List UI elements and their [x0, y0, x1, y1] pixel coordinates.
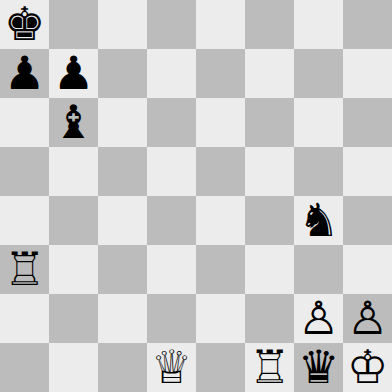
square-h6[interactable]: [343, 98, 392, 147]
square-a4[interactable]: [0, 196, 49, 245]
black-queen-g1: ♛: [298, 344, 339, 390]
square-g2[interactable]: ♙: [294, 294, 343, 343]
square-b3[interactable]: [49, 245, 98, 294]
white-rook-a3: ♖: [4, 246, 45, 292]
square-h7[interactable]: [343, 49, 392, 98]
square-a5[interactable]: [0, 147, 49, 196]
square-b6[interactable]: ♝: [49, 98, 98, 147]
square-e7[interactable]: [196, 49, 245, 98]
square-b2[interactable]: [49, 294, 98, 343]
black-king-a8: ♚: [4, 1, 45, 47]
chess-board: ♚♟♟♝♞♖♙♙♕♖♛♔: [0, 0, 392, 392]
square-e8[interactable]: [196, 0, 245, 49]
square-g8[interactable]: [294, 0, 343, 49]
square-h3[interactable]: [343, 245, 392, 294]
square-g6[interactable]: [294, 98, 343, 147]
square-f1[interactable]: ♖: [245, 343, 294, 392]
square-f5[interactable]: [245, 147, 294, 196]
square-e6[interactable]: [196, 98, 245, 147]
square-f6[interactable]: [245, 98, 294, 147]
square-a3[interactable]: ♖: [0, 245, 49, 294]
square-d8[interactable]: [147, 0, 196, 49]
square-h4[interactable]: [343, 196, 392, 245]
square-a8[interactable]: ♚: [0, 0, 49, 49]
square-d6[interactable]: [147, 98, 196, 147]
square-d1[interactable]: ♕: [147, 343, 196, 392]
square-f3[interactable]: [245, 245, 294, 294]
square-c5[interactable]: [98, 147, 147, 196]
square-d4[interactable]: [147, 196, 196, 245]
square-c4[interactable]: [98, 196, 147, 245]
square-h2[interactable]: ♙: [343, 294, 392, 343]
square-e1[interactable]: [196, 343, 245, 392]
square-c2[interactable]: [98, 294, 147, 343]
square-g4[interactable]: ♞: [294, 196, 343, 245]
square-h8[interactable]: [343, 0, 392, 49]
square-e3[interactable]: [196, 245, 245, 294]
square-b1[interactable]: [49, 343, 98, 392]
white-pawn-g2: ♙: [298, 295, 339, 341]
square-c8[interactable]: [98, 0, 147, 49]
white-pawn-h2: ♙: [347, 295, 388, 341]
square-e2[interactable]: [196, 294, 245, 343]
square-d5[interactable]: [147, 147, 196, 196]
square-c7[interactable]: [98, 49, 147, 98]
square-c1[interactable]: [98, 343, 147, 392]
square-f4[interactable]: [245, 196, 294, 245]
square-f2[interactable]: [245, 294, 294, 343]
square-d2[interactable]: [147, 294, 196, 343]
black-bishop-b6: ♝: [53, 99, 94, 145]
square-f8[interactable]: [245, 0, 294, 49]
square-b4[interactable]: [49, 196, 98, 245]
square-g3[interactable]: [294, 245, 343, 294]
square-h1[interactable]: ♔: [343, 343, 392, 392]
square-g5[interactable]: [294, 147, 343, 196]
black-pawn-a7: ♟: [4, 50, 45, 96]
square-h5[interactable]: [343, 147, 392, 196]
square-a2[interactable]: [0, 294, 49, 343]
square-d7[interactable]: [147, 49, 196, 98]
square-e5[interactable]: [196, 147, 245, 196]
black-pawn-b7: ♟: [53, 50, 94, 96]
square-e4[interactable]: [196, 196, 245, 245]
square-c3[interactable]: [98, 245, 147, 294]
square-a7[interactable]: ♟: [0, 49, 49, 98]
square-g7[interactable]: [294, 49, 343, 98]
white-rook-f1: ♖: [249, 344, 290, 390]
square-d3[interactable]: [147, 245, 196, 294]
square-c6[interactable]: [98, 98, 147, 147]
square-b5[interactable]: [49, 147, 98, 196]
black-knight-g4: ♞: [298, 197, 339, 243]
square-g1[interactable]: ♛: [294, 343, 343, 392]
square-f7[interactable]: [245, 49, 294, 98]
white-king-h1: ♔: [347, 344, 388, 390]
square-b7[interactable]: ♟: [49, 49, 98, 98]
square-a6[interactable]: [0, 98, 49, 147]
chess-board-wrap: ♚♟♟♝♞♖♙♙♕♖♛♔: [0, 0, 392, 392]
square-b8[interactable]: [49, 0, 98, 49]
white-queen-d1: ♕: [151, 344, 192, 390]
square-a1[interactable]: [0, 343, 49, 392]
